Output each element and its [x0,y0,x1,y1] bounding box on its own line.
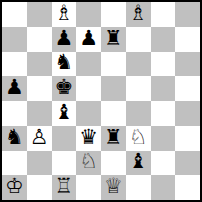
square-g8[interactable] [151,2,176,27]
square-a6[interactable] [2,52,27,77]
square-e8[interactable] [101,2,126,27]
square-c4[interactable]: ♝ [52,101,77,126]
square-b4[interactable] [27,101,52,126]
square-g6[interactable] [151,52,176,77]
black-bishop-icon: ♝ [54,102,73,123]
square-a5[interactable]: ♟ [2,76,27,101]
square-d1[interactable] [76,175,101,200]
square-c2[interactable] [52,151,77,176]
square-h4[interactable] [175,101,200,126]
square-f5[interactable] [126,76,151,101]
white-knight-icon: ♘ [79,151,98,172]
square-f6[interactable] [126,52,151,77]
black-pawn-icon: ♟ [79,28,98,49]
black-rook-icon: ♜ [104,28,123,49]
square-c1[interactable]: ♖ [52,175,77,200]
square-b5[interactable] [27,76,52,101]
square-h7[interactable] [175,27,200,52]
white-bishop-icon: ♗ [54,3,73,24]
square-d2[interactable]: ♘ [76,151,101,176]
white-knight-icon: ♘ [129,127,148,148]
square-c7[interactable]: ♟ [52,27,77,52]
square-a2[interactable] [2,151,27,176]
square-c5[interactable]: ♚ [52,76,77,101]
square-g1[interactable] [151,175,176,200]
square-h3[interactable] [175,126,200,151]
square-e6[interactable] [101,52,126,77]
square-a7[interactable] [2,27,27,52]
black-knight-icon: ♞ [5,127,24,148]
black-pawn-icon: ♟ [5,77,24,98]
square-b1[interactable] [27,175,52,200]
black-king-icon: ♚ [54,77,73,98]
square-e3[interactable]: ♜ [101,126,126,151]
square-e5[interactable] [101,76,126,101]
square-g5[interactable] [151,76,176,101]
black-bishop-icon: ♝ [129,151,148,172]
square-f4[interactable] [126,101,151,126]
chess-diagram: ♗♗♟♟♜♞♟♚♝♞♙♛♜♘♘♝♔♖♕ [0,0,202,202]
square-b2[interactable] [27,151,52,176]
white-queen-icon: ♕ [104,176,123,197]
square-d6[interactable] [76,52,101,77]
square-b6[interactable] [27,52,52,77]
square-d8[interactable] [76,2,101,27]
square-h5[interactable] [175,76,200,101]
square-a4[interactable] [2,101,27,126]
black-rook-icon: ♜ [104,127,123,148]
square-g2[interactable] [151,151,176,176]
white-rook-icon: ♖ [54,176,73,197]
square-g4[interactable] [151,101,176,126]
square-h6[interactable] [175,52,200,77]
white-pawn-icon: ♙ [30,127,49,148]
chess-board: ♗♗♟♟♜♞♟♚♝♞♙♛♜♘♘♝♔♖♕ [2,2,200,200]
square-g3[interactable] [151,126,176,151]
square-f1[interactable] [126,175,151,200]
square-e1[interactable]: ♕ [101,175,126,200]
square-e2[interactable] [101,151,126,176]
square-g7[interactable] [151,27,176,52]
square-b3[interactable]: ♙ [27,126,52,151]
square-f8[interactable]: ♗ [126,2,151,27]
black-pawn-icon: ♟ [54,28,73,49]
square-b7[interactable] [27,27,52,52]
square-d4[interactable] [76,101,101,126]
square-d5[interactable] [76,76,101,101]
white-king-icon: ♔ [5,176,24,197]
square-h2[interactable] [175,151,200,176]
square-h8[interactable] [175,2,200,27]
square-d3[interactable]: ♛ [76,126,101,151]
square-c3[interactable] [52,126,77,151]
white-bishop-icon: ♗ [129,3,148,24]
square-c6[interactable]: ♞ [52,52,77,77]
black-knight-icon: ♞ [54,52,73,73]
square-f3[interactable]: ♘ [126,126,151,151]
black-queen-icon: ♛ [79,127,98,148]
square-f2[interactable]: ♝ [126,151,151,176]
square-a8[interactable] [2,2,27,27]
square-e7[interactable]: ♜ [101,27,126,52]
square-h1[interactable] [175,175,200,200]
square-c8[interactable]: ♗ [52,2,77,27]
square-d7[interactable]: ♟ [76,27,101,52]
square-a1[interactable]: ♔ [2,175,27,200]
square-f7[interactable] [126,27,151,52]
square-b8[interactable] [27,2,52,27]
square-a3[interactable]: ♞ [2,126,27,151]
square-e4[interactable] [101,101,126,126]
